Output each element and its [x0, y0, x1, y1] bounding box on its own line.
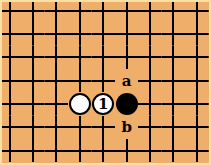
intersection-r1c7: [138, 0, 161, 22]
intersection-r3c1: [0, 46, 21, 69]
intersection-r3c4: [68, 46, 91, 69]
intersection-r1c4: [68, 0, 91, 22]
intersection-r7c4: [185, 139, 208, 162]
intersection-r4c6: [138, 69, 161, 92]
intersection-r3c6: [115, 46, 138, 69]
go-board-grid: 1ab: [0, 0, 209, 162]
intersection-r3c5: [92, 46, 115, 69]
intersection-r2c2: [21, 22, 44, 45]
intersection-r2c6: [115, 22, 138, 45]
intersection-r6c5: [0, 139, 21, 162]
intersection-r4c2: [21, 69, 44, 92]
intersection-r2c5: [92, 22, 115, 45]
intersection-r3c3: [45, 46, 68, 69]
go-diagram: 1ab: [0, 0, 211, 165]
white-stone: [69, 93, 91, 115]
intersection-r3c2: [21, 46, 44, 69]
intersection-r6c1: [92, 116, 115, 139]
intersection-r1c3: [45, 0, 68, 22]
intersection-r7c2: [138, 139, 161, 162]
intersection-r1c9: [185, 0, 208, 22]
intersection-r5c1: [21, 92, 44, 115]
intersection-r5c3: [138, 92, 161, 115]
intersection-r2c4: [68, 22, 91, 45]
intersection-r2c1: [0, 22, 21, 45]
intersection-r5c9: [68, 116, 91, 139]
intersection-r3c7: [138, 46, 161, 69]
intersection-r2c7: [138, 22, 161, 45]
intersection-r1c8: [162, 0, 185, 22]
intersection-r7c1: [115, 139, 138, 162]
intersection-r4c1: [0, 69, 21, 92]
intersection-r6c9: [92, 139, 115, 162]
intersection-r4c3: [45, 69, 68, 92]
point-label-a: a: [118, 73, 136, 89]
intersection-r4c4: [68, 69, 91, 92]
intersection-r1c6: [115, 0, 138, 22]
intersection-r3c8: [162, 46, 185, 69]
intersection-r5c5: [185, 92, 208, 115]
intersection-r2c3: [45, 22, 68, 45]
intersection-r2c8: [162, 22, 185, 45]
intersection-r5c6: [0, 116, 21, 139]
intersection-r1c2: [21, 0, 44, 22]
intersection-r6c2: [138, 116, 161, 139]
intersection-r4c9: [0, 92, 21, 115]
intersection-r4c8: [185, 69, 208, 92]
white-stone-move-1: 1: [92, 93, 114, 115]
point-label-b: b: [117, 119, 136, 135]
intersection-r1c5: [92, 0, 115, 22]
intersection-r2c9: [185, 22, 208, 45]
intersection-r4c7: [162, 69, 185, 92]
black-stone: [116, 93, 138, 115]
intersection-r4c5: [92, 69, 115, 92]
intersection-r6c3: [162, 116, 185, 139]
intersection-r3c9: [185, 46, 208, 69]
intersection-r1c1: [0, 0, 21, 22]
intersection-r6c8: [68, 139, 91, 162]
intersection-r5c7: [21, 116, 44, 139]
intersection-r7c3: [162, 139, 185, 162]
intersection-r5c8: [45, 116, 68, 139]
intersection-r5c4: [162, 92, 185, 115]
intersection-r6c7: [45, 139, 68, 162]
intersection-r6c4: [185, 116, 208, 139]
intersection-r6c6: [21, 139, 44, 162]
intersection-r5c2: [45, 92, 68, 115]
